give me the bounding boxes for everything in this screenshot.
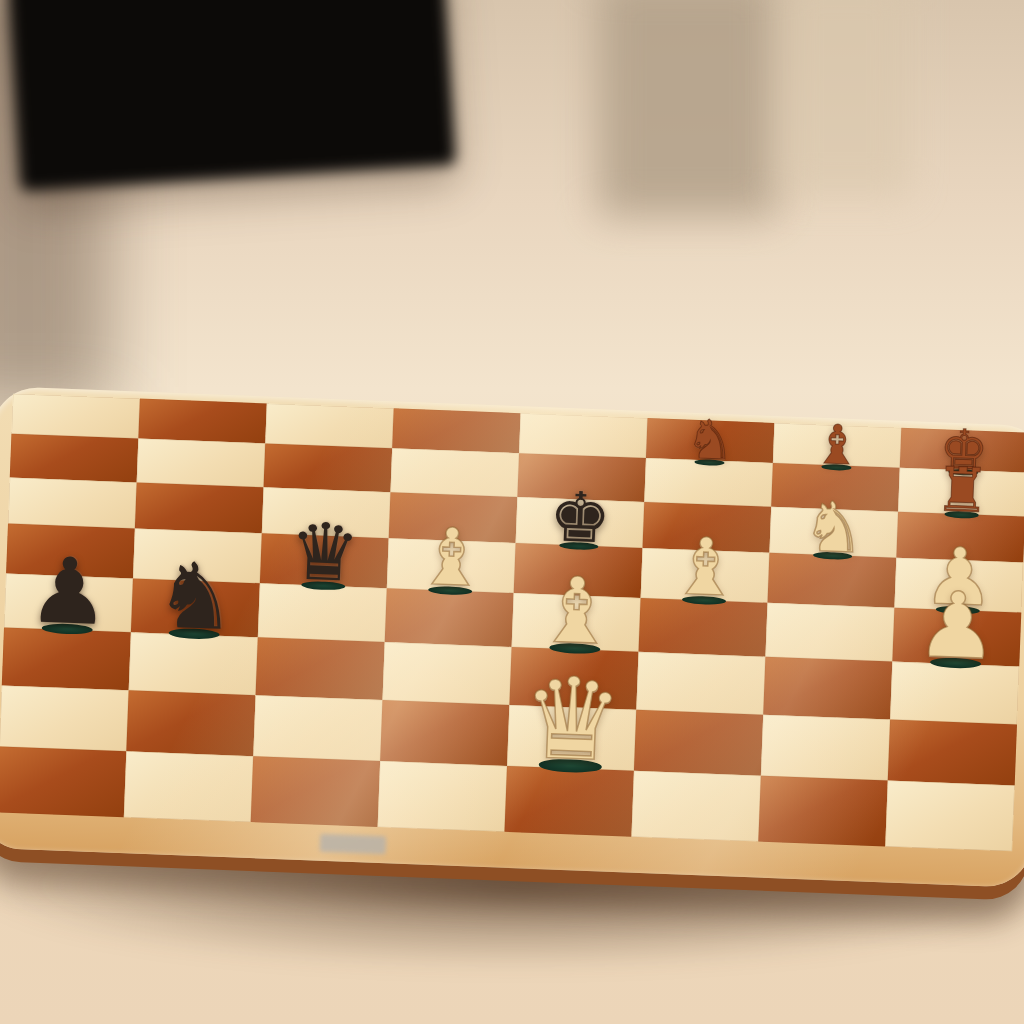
piece-brown-king-h8: ♚ xyxy=(939,423,989,476)
square-b6 xyxy=(135,482,264,533)
square-e6: ♚ xyxy=(516,497,645,548)
square-e2: ♛ xyxy=(507,705,636,771)
square-d1 xyxy=(378,761,507,832)
square-e5 xyxy=(514,543,643,598)
square-d8 xyxy=(392,408,520,453)
square-d7 xyxy=(390,449,519,497)
square-e7 xyxy=(517,454,646,502)
piece-brown-bishop-g8: ♝ xyxy=(812,419,862,472)
square-g8: ♝ xyxy=(773,423,901,468)
square-b7 xyxy=(137,439,266,487)
square-a8 xyxy=(11,394,139,439)
square-f3 xyxy=(636,652,765,714)
square-b5 xyxy=(133,529,262,584)
square-c7 xyxy=(264,444,393,492)
square-b4: ♞ xyxy=(131,579,260,637)
square-f7 xyxy=(644,458,773,506)
square-e1 xyxy=(505,766,634,837)
square-b1 xyxy=(124,752,253,823)
square-a1 xyxy=(0,747,126,818)
square-h8: ♚ xyxy=(900,428,1024,473)
square-e4: ♝ xyxy=(512,593,641,651)
square-d6 xyxy=(389,492,518,543)
square-b8 xyxy=(138,399,266,444)
square-g1 xyxy=(758,776,887,847)
square-g4 xyxy=(765,603,894,661)
square-g6: ♞ xyxy=(769,507,898,558)
chess-board: ♞♝♚♜♚♞♛♝♝♟♟♞♝♟♛ xyxy=(0,386,1024,888)
square-h4: ♟ xyxy=(892,608,1021,666)
square-h7: ♜ xyxy=(898,468,1024,516)
square-e8 xyxy=(519,413,647,458)
square-a2 xyxy=(0,685,129,751)
square-h1 xyxy=(885,781,1014,852)
square-c2 xyxy=(253,695,382,761)
square-h3 xyxy=(890,662,1019,724)
square-b2 xyxy=(126,690,255,756)
square-g3 xyxy=(763,657,892,719)
square-f6 xyxy=(642,502,771,553)
square-a6 xyxy=(8,477,137,528)
square-d3 xyxy=(382,642,511,704)
square-g5 xyxy=(767,553,896,608)
square-h5: ♟ xyxy=(894,558,1023,613)
background-pillar-light xyxy=(780,0,910,196)
square-c4 xyxy=(258,584,387,642)
square-b3 xyxy=(129,632,258,694)
square-c1 xyxy=(251,756,380,827)
square-d5: ♝ xyxy=(387,539,516,594)
square-d4 xyxy=(385,589,514,647)
square-f1 xyxy=(631,771,760,842)
square-d2 xyxy=(380,700,509,766)
square-g7 xyxy=(771,463,900,511)
square-h2 xyxy=(888,719,1017,785)
square-f2 xyxy=(634,709,763,775)
square-c3 xyxy=(256,637,385,699)
background-monitor xyxy=(8,0,456,191)
square-c8 xyxy=(265,403,393,448)
piece-brown-knight-f8: ♞ xyxy=(685,414,735,467)
square-e3 xyxy=(509,647,638,709)
square-a5 xyxy=(6,524,135,579)
background-pillar xyxy=(598,0,778,216)
square-c5: ♛ xyxy=(260,534,389,589)
square-g2 xyxy=(761,714,890,780)
square-f4 xyxy=(639,598,768,656)
square-f5: ♝ xyxy=(641,548,770,603)
square-a7 xyxy=(10,434,139,482)
square-h6 xyxy=(896,512,1024,563)
board-edge-label xyxy=(320,834,387,855)
square-a4: ♟ xyxy=(4,574,133,632)
square-c6 xyxy=(262,487,391,538)
square-f8: ♞ xyxy=(646,418,774,463)
square-a3 xyxy=(2,627,131,689)
board-grid: ♞♝♚♜♚♞♛♝♝♟♟♞♝♟♛ xyxy=(0,394,1024,852)
